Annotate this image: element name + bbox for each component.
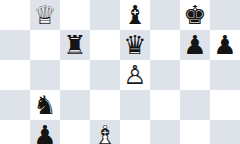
square-b6[interactable] [30, 60, 60, 90]
square-c4[interactable] [60, 120, 90, 144]
square-a6[interactable] [0, 60, 30, 90]
white-bishop-icon: ♗ [90, 120, 120, 144]
square-a7[interactable] [0, 30, 30, 60]
square-c6[interactable] [60, 60, 90, 90]
piece-black-queen: ♛ [120, 30, 150, 60]
square-g7[interactable]: ♟ [180, 30, 210, 60]
square-b4[interactable]: ♟ [30, 120, 60, 144]
square-a5[interactable] [0, 90, 30, 120]
piece-black-pawn: ♟ [210, 30, 240, 60]
square-b5[interactable]: ♞ [30, 90, 60, 120]
square-h7[interactable]: ♟ [210, 30, 240, 60]
piece-black-pawn: ♟ [30, 120, 60, 144]
square-e5[interactable] [120, 90, 150, 120]
piece-white-queen: ♛♕ [30, 0, 60, 30]
square-f6[interactable] [150, 60, 180, 90]
square-h8[interactable] [210, 0, 240, 30]
square-d6[interactable] [90, 60, 120, 90]
piece-white-bishop: ♝♗ [90, 120, 120, 144]
piece-black-rook: ♜ [60, 30, 90, 60]
piece-black-knight: ♞ [30, 90, 60, 120]
square-e4[interactable] [120, 120, 150, 144]
square-c7[interactable]: ♜ [60, 30, 90, 60]
square-f5[interactable] [150, 90, 180, 120]
square-h5[interactable] [210, 90, 240, 120]
square-g8[interactable]: ♚ [180, 0, 210, 30]
square-d5[interactable] [90, 90, 120, 120]
square-a4[interactable] [0, 120, 30, 144]
square-c5[interactable] [60, 90, 90, 120]
square-e7[interactable]: ♛ [120, 30, 150, 60]
square-f8[interactable] [150, 0, 180, 30]
square-h6[interactable] [210, 60, 240, 90]
square-f4[interactable] [150, 120, 180, 144]
square-b7[interactable] [30, 30, 60, 60]
square-g5[interactable] [180, 90, 210, 120]
square-e6[interactable]: ♟♙ [120, 60, 150, 90]
square-d8[interactable] [90, 0, 120, 30]
square-g4[interactable] [180, 120, 210, 144]
square-b8[interactable]: ♛♕ [30, 0, 60, 30]
piece-white-pawn: ♟♙ [120, 60, 150, 90]
square-a8[interactable] [0, 0, 30, 30]
square-f7[interactable] [150, 30, 180, 60]
piece-black-king: ♚ [180, 0, 210, 30]
square-e8[interactable]: ♝ [120, 0, 150, 30]
chess-board: ♛♕♝♚♜♛♟♟♟♙♞♟♝♗ [0, 0, 240, 144]
square-g6[interactable] [180, 60, 210, 90]
piece-black-bishop: ♝ [120, 0, 150, 30]
square-h4[interactable] [210, 120, 240, 144]
square-d7[interactable] [90, 30, 120, 60]
square-c8[interactable] [60, 0, 90, 30]
square-d4[interactable]: ♝♗ [90, 120, 120, 144]
piece-black-pawn: ♟ [180, 30, 210, 60]
white-pawn-icon: ♙ [120, 60, 150, 90]
white-queen-icon: ♕ [30, 0, 60, 30]
